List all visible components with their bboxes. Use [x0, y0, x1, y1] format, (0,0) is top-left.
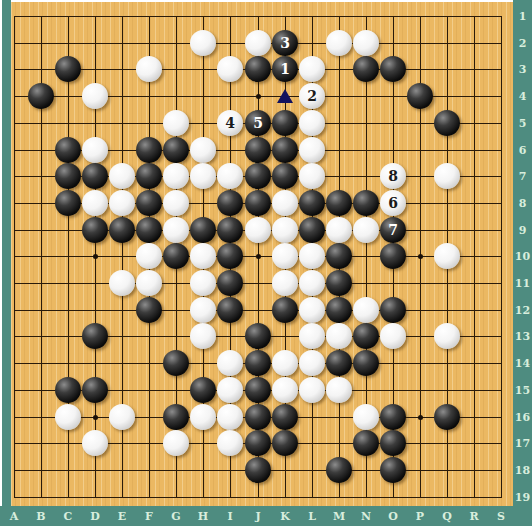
- black-stone: [245, 430, 271, 456]
- black-stone: [272, 297, 298, 323]
- row-label-17: 17: [513, 437, 532, 450]
- col-label-O: O: [383, 510, 403, 523]
- black-stone: [163, 243, 189, 269]
- white-stone: [55, 404, 81, 430]
- white-stone: [136, 56, 162, 82]
- black-stone: [272, 430, 298, 456]
- col-label-N: N: [356, 510, 376, 523]
- white-stone: [217, 163, 243, 189]
- black-stone: [136, 163, 162, 189]
- grid-vertical-line: [501, 16, 502, 498]
- grid-horizontal-line: [14, 497, 502, 498]
- row-label-14: 14: [513, 357, 532, 370]
- white-stone: [299, 56, 325, 82]
- star-point: [418, 415, 423, 420]
- black-stone: [272, 404, 298, 430]
- black-stone: [82, 163, 108, 189]
- row-label-16: 16: [513, 411, 532, 424]
- black-stone: [380, 404, 406, 430]
- col-label-F: F: [139, 510, 159, 523]
- row-label-4: 4: [513, 90, 532, 103]
- white-stone: [217, 430, 243, 456]
- black-stone: [163, 137, 189, 163]
- row-label-7: 7: [513, 170, 532, 183]
- white-stone: [109, 404, 135, 430]
- white-stone: [190, 30, 216, 56]
- black-stone: [326, 457, 352, 483]
- col-label-H: H: [193, 510, 213, 523]
- white-stone: [217, 350, 243, 376]
- col-label-E: E: [112, 510, 132, 523]
- black-stone: [407, 83, 433, 109]
- row-label-8: 8: [513, 197, 532, 210]
- black-stone: [245, 56, 271, 82]
- black-stone: [109, 217, 135, 243]
- grid-horizontal-line: [14, 310, 502, 311]
- black-stone: [245, 163, 271, 189]
- row-label-9: 9: [513, 224, 532, 237]
- black-stone: [136, 217, 162, 243]
- black-stone-move-7: 7: [380, 217, 406, 243]
- col-label-K: K: [275, 510, 295, 523]
- white-stone: [326, 323, 352, 349]
- white-stone: [82, 430, 108, 456]
- white-stone: [326, 30, 352, 56]
- black-stone: [299, 217, 325, 243]
- white-stone: [299, 137, 325, 163]
- row-label-11: 11: [513, 277, 532, 290]
- col-label-D: D: [85, 510, 105, 523]
- black-stone: [82, 323, 108, 349]
- white-stone: [217, 377, 243, 403]
- black-stone: [55, 377, 81, 403]
- black-stone: [326, 190, 352, 216]
- white-stone: [163, 163, 189, 189]
- black-stone: [163, 350, 189, 376]
- white-stone: [190, 404, 216, 430]
- row-label-3: 3: [513, 63, 532, 76]
- black-stone: [380, 297, 406, 323]
- black-stone: [272, 110, 298, 136]
- black-stone-move-5: 5: [245, 110, 271, 136]
- col-label-M: M: [329, 510, 349, 523]
- white-stone: [82, 83, 108, 109]
- white-stone-move-4: 4: [217, 110, 243, 136]
- col-label-L: L: [302, 510, 322, 523]
- black-stone: [353, 430, 379, 456]
- white-stone: [272, 377, 298, 403]
- row-label-12: 12: [513, 304, 532, 317]
- black-stone: [136, 137, 162, 163]
- black-stone: [326, 350, 352, 376]
- star-point: [256, 94, 261, 99]
- row-label-1: 1: [513, 10, 532, 23]
- grid-vertical-line: [14, 16, 15, 498]
- black-stone: [55, 190, 81, 216]
- black-stone: [55, 163, 81, 189]
- black-stone: [272, 137, 298, 163]
- white-stone: [299, 243, 325, 269]
- white-stone: [272, 217, 298, 243]
- col-label-P: P: [410, 510, 430, 523]
- row-label-10: 10: [513, 250, 532, 263]
- black-stone: [353, 350, 379, 376]
- black-stone: [353, 190, 379, 216]
- white-stone: [190, 270, 216, 296]
- white-stone: [272, 243, 298, 269]
- black-stone: [82, 377, 108, 403]
- white-stone: [136, 270, 162, 296]
- black-stone: [434, 404, 460, 430]
- col-label-J: J: [248, 510, 268, 523]
- black-stone: [163, 404, 189, 430]
- black-stone: [55, 56, 81, 82]
- white-stone: [299, 377, 325, 403]
- white-stone: [109, 270, 135, 296]
- black-stone: [217, 190, 243, 216]
- white-stone: [82, 137, 108, 163]
- white-stone-move-8: 8: [380, 163, 406, 189]
- white-stone: [190, 323, 216, 349]
- black-stone: [82, 217, 108, 243]
- col-label-Q: Q: [437, 510, 457, 523]
- col-label-R: R: [464, 510, 484, 523]
- white-stone: [245, 30, 271, 56]
- white-stone: [299, 323, 325, 349]
- black-stone: [434, 110, 460, 136]
- white-stone: [217, 404, 243, 430]
- white-stone: [82, 190, 108, 216]
- star-point: [418, 254, 423, 259]
- white-stone: [353, 404, 379, 430]
- black-stone: [217, 217, 243, 243]
- white-stone: [353, 30, 379, 56]
- white-stone: [163, 217, 189, 243]
- black-stone: [326, 297, 352, 323]
- white-stone: [380, 323, 406, 349]
- black-stone: [217, 243, 243, 269]
- star-point: [256, 254, 261, 259]
- black-stone: [380, 430, 406, 456]
- col-label-A: A: [4, 510, 24, 523]
- black-stone: [190, 217, 216, 243]
- white-stone: [217, 56, 243, 82]
- white-stone: [163, 190, 189, 216]
- white-stone: [163, 430, 189, 456]
- black-stone: [217, 297, 243, 323]
- col-label-B: B: [31, 510, 51, 523]
- black-stone: [326, 243, 352, 269]
- white-stone: [190, 137, 216, 163]
- white-stone-move-2: 2: [299, 83, 325, 109]
- row-label-15: 15: [513, 384, 532, 397]
- white-stone: [163, 110, 189, 136]
- black-stone: [353, 56, 379, 82]
- black-stone: [245, 350, 271, 376]
- black-stone: [245, 377, 271, 403]
- col-label-C: C: [58, 510, 78, 523]
- row-label-5: 5: [513, 117, 532, 130]
- black-stone: [245, 404, 271, 430]
- black-stone: [245, 137, 271, 163]
- white-stone: [326, 217, 352, 243]
- white-stone: [434, 323, 460, 349]
- white-stone: [326, 377, 352, 403]
- black-stone: [136, 190, 162, 216]
- row-label-13: 13: [513, 330, 532, 343]
- black-stone: [28, 83, 54, 109]
- frame-left: [0, 0, 11, 526]
- grid-vertical-line: [474, 16, 475, 498]
- white-stone: [299, 270, 325, 296]
- white-stone: [190, 163, 216, 189]
- row-label-6: 6: [513, 144, 532, 157]
- white-stone: [109, 190, 135, 216]
- row-label-18: 18: [513, 464, 532, 477]
- star-point: [93, 415, 98, 420]
- white-stone: [434, 243, 460, 269]
- black-stone: [55, 137, 81, 163]
- row-label-19: 19: [513, 491, 532, 504]
- white-stone: [353, 297, 379, 323]
- white-stone: [272, 350, 298, 376]
- black-stone: [272, 163, 298, 189]
- white-stone: [245, 217, 271, 243]
- black-stone: [380, 457, 406, 483]
- black-stone-move-1: 1: [272, 56, 298, 82]
- white-stone: [353, 217, 379, 243]
- black-stone: [326, 270, 352, 296]
- black-stone: [380, 243, 406, 269]
- black-stone: [380, 56, 406, 82]
- white-stone: [272, 270, 298, 296]
- white-stone: [190, 243, 216, 269]
- row-label-2: 2: [513, 37, 532, 50]
- grid-horizontal-line: [14, 283, 502, 284]
- black-stone: [245, 323, 271, 349]
- black-stone: [353, 323, 379, 349]
- white-stone: [136, 243, 162, 269]
- white-stone: [299, 297, 325, 323]
- black-stone-move-3: 3: [272, 30, 298, 56]
- black-stone: [136, 297, 162, 323]
- triangle-marker: [277, 89, 293, 103]
- white-stone-move-6: 6: [380, 190, 406, 216]
- black-stone: [245, 457, 271, 483]
- white-stone: [109, 163, 135, 189]
- col-label-G: G: [166, 510, 186, 523]
- white-stone: [272, 190, 298, 216]
- go-board-diagram: 31245867 ABCDEFGHIJKLMNOPQRS123456789101…: [0, 0, 532, 526]
- black-stone: [190, 377, 216, 403]
- col-label-I: I: [220, 510, 240, 523]
- black-stone: [299, 190, 325, 216]
- black-stone: [245, 190, 271, 216]
- white-stone: [299, 163, 325, 189]
- white-stone: [299, 350, 325, 376]
- col-label-S: S: [491, 510, 511, 523]
- white-stone: [434, 163, 460, 189]
- white-stone: [190, 297, 216, 323]
- star-point: [93, 254, 98, 259]
- black-stone: [217, 270, 243, 296]
- white-stone: [299, 110, 325, 136]
